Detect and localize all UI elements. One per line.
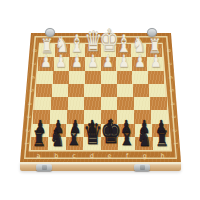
chess-set-product-photo: abcdefgh8877665544332211 ♜♞♝♛♚♝♞♜♟♟♟♟♟♟♟…: [0, 0, 200, 200]
piece-black-queen: ♛: [83, 119, 100, 149]
piece-black-knight: ♞: [48, 126, 65, 149]
piece-black-pawn: ♟: [118, 118, 135, 136]
piece-white-king: ♚: [100, 25, 117, 56]
piece-black-bishop: ♝: [66, 124, 83, 149]
piece-white-pawn: ♟: [37, 53, 54, 70]
piece-black-pawn: ♟: [135, 118, 152, 136]
piece-white-bishop: ♝: [115, 32, 132, 56]
piece-black-pawn: ♟: [152, 118, 169, 136]
piece-white-pawn: ♟: [116, 53, 133, 70]
piece-black-rook: ♜: [31, 128, 48, 149]
piece-white-pawn: ♟: [131, 53, 148, 70]
piece-layer: ♜♞♝♛♚♝♞♜♟♟♟♟♟♟♟♟♟♟♟♟♟♟♟♟♜♞♝♛♚♝♞♜: [0, 0, 200, 200]
piece-white-pawn: ♟: [147, 53, 164, 70]
piece-white-knight: ♞: [53, 34, 70, 56]
piece-black-pawn: ♟: [66, 118, 83, 136]
piece-white-pawn: ♟: [68, 53, 85, 70]
piece-black-pawn: ♟: [83, 118, 100, 136]
piece-white-knight: ♞: [130, 34, 147, 56]
piece-white-rook: ♜: [38, 36, 55, 56]
piece-white-pawn: ♟: [84, 53, 101, 70]
piece-black-rook: ♜: [153, 128, 170, 149]
piece-white-pawn: ♟: [100, 53, 117, 70]
piece-white-bishop: ♝: [69, 32, 86, 56]
piece-black-bishop: ♝: [118, 124, 135, 149]
piece-white-rook: ♜: [146, 36, 163, 56]
piece-black-pawn: ♟: [32, 118, 49, 136]
piece-black-knight: ♞: [136, 126, 153, 149]
piece-black-king: ♚: [101, 116, 118, 149]
piece-white-pawn: ♟: [53, 53, 70, 70]
piece-black-pawn: ♟: [101, 118, 118, 136]
piece-white-queen: ♛: [84, 28, 101, 56]
piece-black-pawn: ♟: [49, 118, 66, 136]
